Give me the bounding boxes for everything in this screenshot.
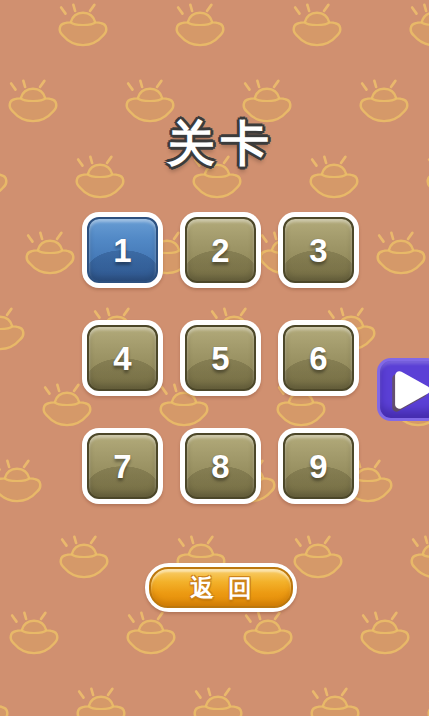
level-button-face: 2 <box>185 217 256 283</box>
level-button-7[interactable]: 7 <box>82 428 163 504</box>
play-button[interactable] <box>377 358 429 421</box>
level-select-screen: 关卡 123456789 返回 <box>0 0 429 716</box>
level-button-face: 6 <box>283 325 354 391</box>
level-button-face: 5 <box>185 325 256 391</box>
level-grid: 123456789 <box>82 212 359 504</box>
level-button-3[interactable]: 3 <box>278 212 359 288</box>
level-number: 5 <box>211 342 229 375</box>
level-button-face: 1 <box>87 217 158 283</box>
level-button-face: 8 <box>185 433 256 499</box>
level-number: 8 <box>211 450 229 483</box>
level-number: 2 <box>211 234 229 267</box>
level-button-face: 9 <box>283 433 354 499</box>
level-button-4[interactable]: 4 <box>82 320 163 396</box>
back-button-face: 返回 <box>149 567 293 608</box>
level-number: 1 <box>113 234 131 267</box>
level-button-8[interactable]: 8 <box>180 428 261 504</box>
level-number: 3 <box>309 234 327 267</box>
level-number: 4 <box>113 342 131 375</box>
level-button-face: 4 <box>87 325 158 391</box>
level-number: 7 <box>113 450 131 483</box>
play-icon <box>385 365 429 415</box>
level-button-2[interactable]: 2 <box>180 212 261 288</box>
level-button-6[interactable]: 6 <box>278 320 359 396</box>
page-title: 关卡 <box>13 112 429 176</box>
level-button-5[interactable]: 5 <box>180 320 261 396</box>
level-number: 9 <box>309 450 327 483</box>
level-button-9[interactable]: 9 <box>278 428 359 504</box>
level-number: 6 <box>309 342 327 375</box>
back-button[interactable]: 返回 <box>145 563 297 612</box>
back-button-label: 返回 <box>190 576 266 600</box>
level-button-1[interactable]: 1 <box>82 212 163 288</box>
level-button-face: 3 <box>283 217 354 283</box>
level-button-face: 7 <box>87 433 158 499</box>
